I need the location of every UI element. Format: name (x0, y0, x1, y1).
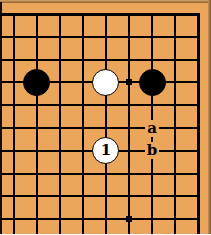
point-label-a: a (145, 120, 159, 137)
grid-line-vertical (128, 13, 130, 235)
grid-line-vertical (174, 13, 176, 235)
grid-line-vertical (197, 13, 200, 235)
grid-line-horizontal (0, 218, 200, 220)
grid-line-vertical (36, 13, 38, 235)
grid-line-horizontal (0, 173, 200, 175)
board-wood-edge-right (208, 0, 211, 234)
grid-line-horizontal (0, 127, 200, 129)
grid-line-horizontal (0, 59, 200, 61)
board-wood-edge-top (0, 0, 211, 3)
grid-line-vertical (13, 13, 15, 235)
grid-line-horizontal (0, 13, 200, 16)
star-point (126, 79, 132, 85)
grid-line-vertical (82, 13, 84, 235)
white-stone (92, 69, 119, 96)
go-board: ab1 (0, 0, 211, 234)
move-stone-1: 1 (92, 137, 119, 164)
grid-line-vertical (105, 13, 107, 235)
grid-line-horizontal (0, 36, 200, 38)
black-stone (23, 69, 50, 96)
grid-line-horizontal (0, 195, 200, 197)
point-label-b: b (145, 142, 159, 159)
grid-line-vertical (59, 13, 61, 235)
star-point (126, 216, 132, 222)
grid-line-horizontal (0, 104, 200, 106)
black-stone (139, 69, 166, 96)
